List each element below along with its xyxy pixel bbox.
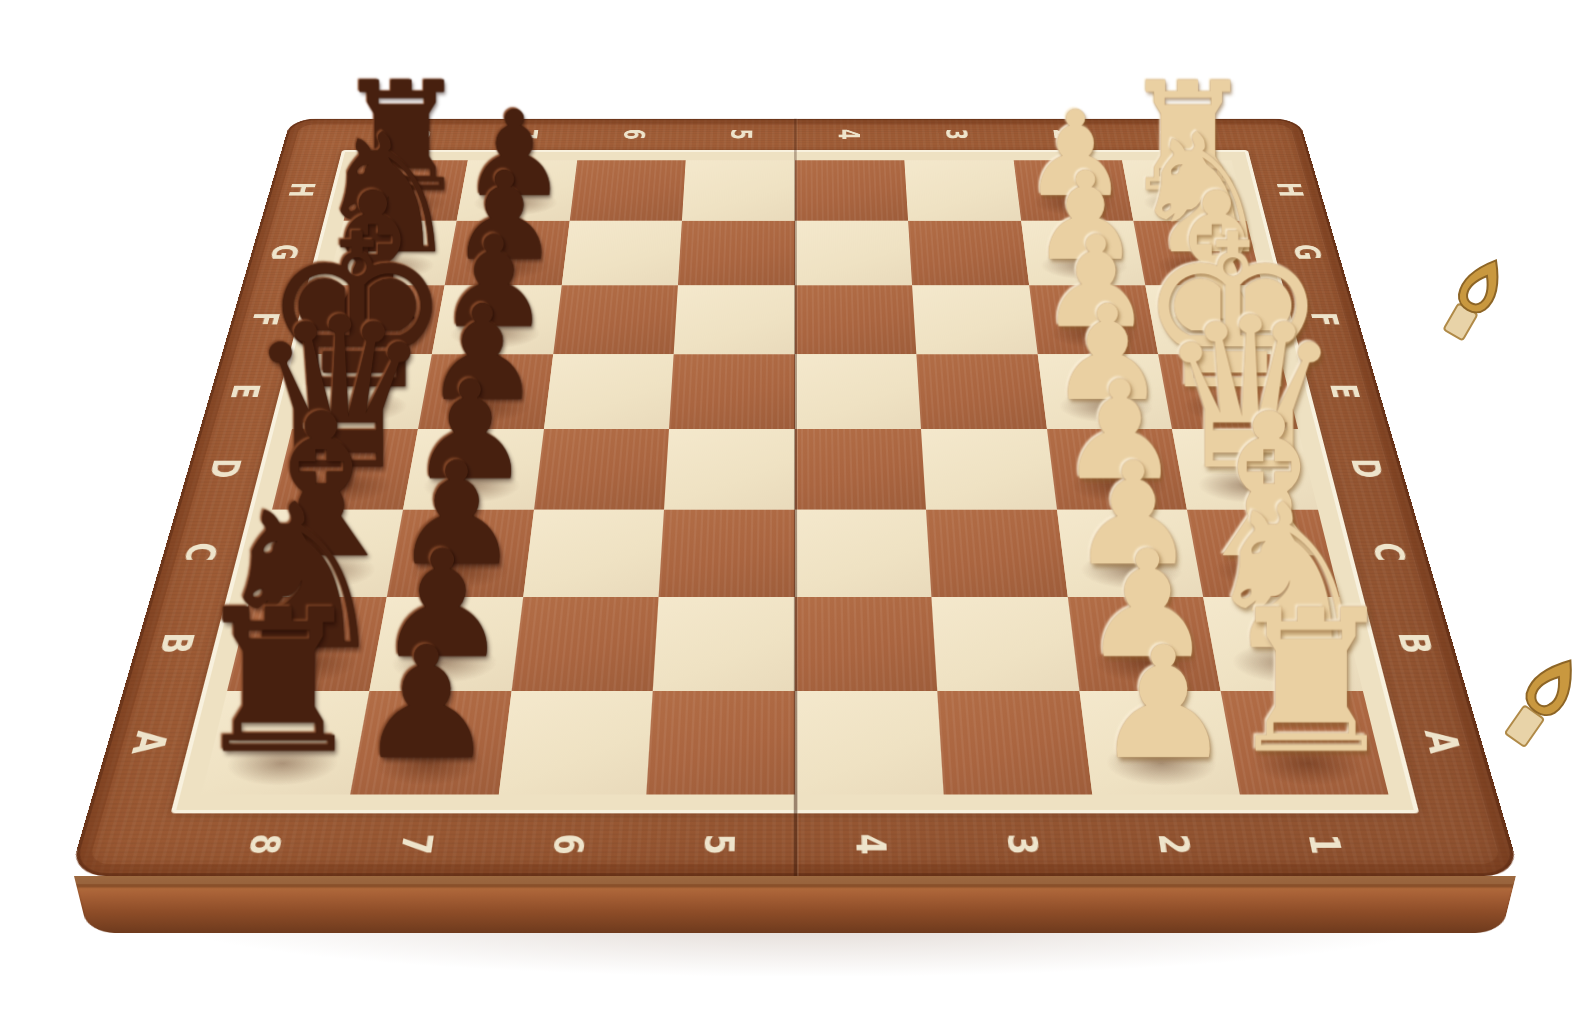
square-c4[interactable] <box>795 509 931 596</box>
brass-clasp-bottom-icon[interactable] <box>1505 648 1575 760</box>
rank-label-4: 4 <box>832 129 867 140</box>
square-d6[interactable] <box>534 429 670 509</box>
square-g4[interactable] <box>795 221 912 286</box>
rank-label-1: 1 <box>1299 834 1352 855</box>
square-a3[interactable] <box>937 691 1092 794</box>
rank-label-6: 6 <box>616 129 651 140</box>
square-g5[interactable] <box>678 221 795 286</box>
square-f3[interactable] <box>912 285 1037 354</box>
rank-label-7: 7 <box>391 834 442 855</box>
square-c3[interactable] <box>926 509 1068 596</box>
rank-label-4: 4 <box>846 834 895 855</box>
square-a5[interactable] <box>647 691 795 794</box>
square-h6[interactable] <box>569 160 686 220</box>
square-b5[interactable] <box>653 597 795 692</box>
brass-clasp-top-icon[interactable] <box>1441 252 1503 352</box>
square-e5[interactable] <box>669 354 795 429</box>
square-c5[interactable] <box>659 509 795 596</box>
file-label-G: G <box>1285 245 1329 261</box>
square-f6[interactable] <box>553 285 678 354</box>
piece-black-rook-a8[interactable]: ♜ <box>190 584 367 781</box>
file-label-H: H <box>1268 183 1310 198</box>
piece-white-pawn-a2[interactable]: ♟ <box>1094 626 1233 781</box>
rank-label-2: 2 <box>1148 834 1199 855</box>
square-h4[interactable] <box>795 160 908 220</box>
square-b4[interactable] <box>795 597 937 692</box>
square-d4[interactable] <box>795 429 926 509</box>
square-e4[interactable] <box>795 354 921 429</box>
rank-label-8: 8 <box>238 834 291 855</box>
square-d3[interactable] <box>921 429 1057 509</box>
square-f4[interactable] <box>795 285 916 354</box>
file-label-G: G <box>262 245 306 261</box>
square-a6[interactable] <box>498 691 653 794</box>
piece-white-rook-a1[interactable]: ♜ <box>1223 584 1400 781</box>
rank-label-8: 8 <box>400 129 437 140</box>
square-a8[interactable]: ♜ <box>202 691 370 794</box>
square-a2[interactable]: ♟ <box>1079 691 1240 794</box>
rank-label-2: 2 <box>1046 129 1082 140</box>
square-g6[interactable] <box>561 221 682 286</box>
rank-label-3: 3 <box>997 834 1047 855</box>
square-a7[interactable]: ♟ <box>350 691 511 794</box>
rank-label-1: 1 <box>1153 129 1190 140</box>
piece-black-pawn-a7[interactable]: ♟ <box>357 626 496 781</box>
square-a4[interactable] <box>795 691 943 794</box>
square-e3[interactable] <box>916 354 1046 429</box>
square-h5[interactable] <box>682 160 795 220</box>
rank-label-6: 6 <box>543 834 593 855</box>
square-b3[interactable] <box>931 597 1079 692</box>
square-c6[interactable] <box>523 509 665 596</box>
rank-label-5: 5 <box>695 834 744 855</box>
square-e6[interactable] <box>544 354 674 429</box>
file-label-H: H <box>280 183 322 198</box>
chess-set-photo: HGFEDCBA HGFEDCBA 87654321 87654321 ♜♟♟♜… <box>0 0 1590 1024</box>
rank-label-3: 3 <box>939 129 974 140</box>
rank-label-5: 5 <box>724 129 759 140</box>
file-label-A: A <box>121 730 177 753</box>
square-f5[interactable] <box>674 285 795 354</box>
file-label-A: A <box>1413 730 1469 753</box>
square-g3[interactable] <box>908 221 1029 286</box>
square-h3[interactable] <box>904 160 1021 220</box>
chess-board: HGFEDCBA HGFEDCBA 87654321 87654321 ♜♟♟♜… <box>69 119 1521 876</box>
square-b6[interactable] <box>511 597 659 692</box>
square-d5[interactable] <box>664 429 795 509</box>
board-front-edge <box>74 876 1516 933</box>
square-a1[interactable]: ♜ <box>1221 691 1389 794</box>
rank-label-7: 7 <box>508 129 544 140</box>
